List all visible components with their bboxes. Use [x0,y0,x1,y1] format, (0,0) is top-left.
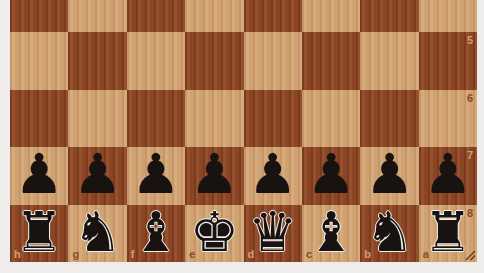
black-bishop[interactable]: ♝ [131,204,180,261]
square-f7[interactable]: ♟ [127,147,185,205]
square-f5[interactable] [127,32,185,90]
file-label-e: e [189,249,195,260]
square-c8[interactable]: ♝c [302,205,360,263]
square-e5[interactable] [185,32,243,90]
rank-label-5: 5 [467,35,473,46]
square-d5[interactable] [244,32,302,90]
chess-board-page: 56♟♟♟♟♟♟♟♟7♜h♞g♝f♚e♛d♝c♞b♜8a [0,0,484,273]
black-pawn[interactable]: ♟ [423,146,472,203]
square-b5[interactable] [360,32,418,90]
square-g8[interactable]: ♞g [68,205,126,263]
square-f6[interactable] [127,90,185,148]
square-a8[interactable]: ♜8a [419,205,477,263]
black-pawn[interactable]: ♟ [15,146,64,203]
black-bishop[interactable]: ♝ [306,204,355,261]
square-c5[interactable] [302,32,360,90]
square-h8[interactable]: ♜h [10,205,68,263]
square-b8[interactable]: ♞b [360,205,418,263]
file-label-g: g [72,249,79,260]
square-g6[interactable] [68,90,126,148]
black-queen[interactable]: ♛ [248,204,297,261]
chess-board: 56♟♟♟♟♟♟♟♟7♜h♞g♝f♚e♛d♝c♞b♜8a [10,0,477,262]
square-d7[interactable]: ♟ [244,147,302,205]
square-e4[interactable] [185,0,243,32]
square-h7[interactable]: ♟ [10,147,68,205]
square-c7[interactable]: ♟ [302,147,360,205]
rank-label-6: 6 [467,93,473,104]
board-resize-handle-icon[interactable] [464,249,476,261]
square-d8[interactable]: ♛d [244,205,302,263]
square-b4[interactable] [360,0,418,32]
square-e7[interactable]: ♟ [185,147,243,205]
black-king[interactable]: ♚ [190,204,239,261]
square-c6[interactable] [302,90,360,148]
square-b6[interactable] [360,90,418,148]
black-pawn[interactable]: ♟ [306,146,355,203]
square-a7[interactable]: ♟7 [419,147,477,205]
square-b7[interactable]: ♟ [360,147,418,205]
black-knight[interactable]: ♞ [73,204,122,261]
square-f8[interactable]: ♝f [127,205,185,263]
file-label-d: d [248,249,255,260]
black-pawn[interactable]: ♟ [190,146,239,203]
square-f4[interactable] [127,0,185,32]
file-label-b: b [364,249,371,260]
square-h6[interactable] [10,90,68,148]
black-pawn[interactable]: ♟ [248,146,297,203]
square-a6[interactable]: 6 [419,90,477,148]
square-c4[interactable] [302,0,360,32]
file-label-a: a [423,249,429,260]
square-g7[interactable]: ♟ [68,147,126,205]
black-pawn[interactable]: ♟ [131,146,180,203]
black-knight[interactable]: ♞ [365,204,414,261]
square-a4[interactable] [419,0,477,32]
file-label-f: f [131,249,135,260]
black-pawn[interactable]: ♟ [365,146,414,203]
black-rook[interactable]: ♜ [15,204,64,261]
square-g5[interactable] [68,32,126,90]
file-label-h: h [14,249,21,260]
file-label-c: c [306,249,312,260]
square-h4[interactable] [10,0,68,32]
black-pawn[interactable]: ♟ [73,146,122,203]
square-h5[interactable] [10,32,68,90]
square-d6[interactable] [244,90,302,148]
square-e6[interactable] [185,90,243,148]
rank-label-7: 7 [467,150,473,161]
square-a5[interactable]: 5 [419,32,477,90]
square-e8[interactable]: ♚e [185,205,243,263]
square-g4[interactable] [68,0,126,32]
square-d4[interactable] [244,0,302,32]
rank-label-8: 8 [467,208,473,219]
